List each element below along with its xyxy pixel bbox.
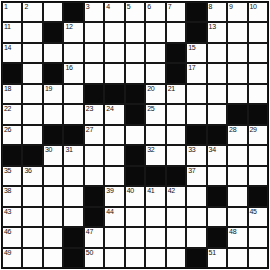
white-cell-r2c13[interactable] [249,23,267,41]
white-cell-r12c8[interactable] [146,228,164,246]
white-cell-r6c5[interactable]: 23 [85,105,103,123]
clue-number-40: 40 [127,187,134,195]
clue-number-27: 27 [86,126,93,134]
white-cell-r8c13[interactable] [249,146,267,164]
clue-number-4: 4 [106,3,110,11]
clue-number-10: 10 [250,3,257,11]
black-cell-r5c7 [126,85,144,103]
white-cell-r2c6[interactable] [105,23,123,41]
white-cell-r5c13[interactable] [249,85,267,103]
white-cell-r5c2[interactable] [23,85,41,103]
clue-number-46: 46 [4,228,11,236]
black-cell-r6c7 [126,105,144,123]
clue-number-21: 21 [168,85,175,93]
white-cell-r12c6[interactable] [105,228,123,246]
white-cell-r1c2[interactable]: 2 [23,3,41,21]
clue-number-8: 8 [209,3,213,11]
white-cell-r7c1[interactable]: 26 [3,126,21,144]
white-cell-r7c2[interactable] [23,126,41,144]
white-cell-r9c3[interactable] [44,167,62,185]
white-cell-r1c13[interactable]: 10 [249,3,267,21]
black-cell-r2c3 [44,23,62,41]
black-cell-r4c1 [3,64,21,82]
white-cell-r11c6[interactable]: 44 [105,208,123,226]
clue-number-22: 22 [4,105,11,113]
white-cell-r11c7[interactable] [126,208,144,226]
clue-number-12: 12 [65,23,72,31]
white-cell-r5c9[interactable]: 21 [167,85,185,103]
white-cell-r6c2[interactable] [23,105,41,123]
white-cell-r1c8[interactable]: 6 [146,3,164,21]
white-cell-r13c9[interactable] [167,249,185,267]
white-cell-r1c11[interactable]: 8 [208,3,226,21]
clue-number-24: 24 [106,105,113,113]
black-cell-r7c11 [208,126,226,144]
clue-number-16: 16 [65,64,72,72]
white-cell-r4c7[interactable] [126,64,144,82]
white-cell-r13c7[interactable] [126,249,144,267]
white-cell-r4c4[interactable]: 16 [64,64,82,82]
white-cell-r11c10[interactable] [187,208,205,226]
clue-number-49: 49 [4,249,11,257]
white-cell-r9c12[interactable] [228,167,246,185]
white-cell-r9c5[interactable] [85,167,103,185]
white-cell-r6c11[interactable] [208,105,226,123]
white-cell-r6c10[interactable] [187,105,205,123]
black-cell-r5c5 [85,85,103,103]
clue-number-13: 13 [209,23,216,31]
clue-number-3: 3 [86,3,90,11]
black-cell-r10c5 [85,187,103,205]
white-cell-r7c13[interactable]: 29 [249,126,267,144]
black-cell-r8c7 [126,146,144,164]
black-cell-r10c13 [249,187,267,205]
black-cell-r7c3 [44,126,62,144]
clue-number-5: 5 [127,3,131,11]
black-cell-r11c5 [85,208,103,226]
white-cell-r1c3[interactable] [44,3,62,21]
white-cell-r10c7[interactable]: 40 [126,187,144,205]
white-cell-r4c2[interactable] [23,64,41,82]
black-cell-r13c10 [187,249,205,267]
white-cell-r2c12[interactable] [228,23,246,41]
clue-number-9: 9 [229,3,233,11]
white-cell-r2c2[interactable] [23,23,41,41]
black-cell-r2c10 [187,23,205,41]
black-cell-r4c9 [167,64,185,82]
white-cell-r3c10[interactable]: 15 [187,44,205,62]
clue-number-6: 6 [147,3,151,11]
clue-number-1: 1 [4,3,8,11]
white-cell-r3c5[interactable] [85,44,103,62]
white-cell-r11c12[interactable] [228,208,246,226]
black-cell-r1c10 [187,3,205,21]
white-cell-r13c1[interactable]: 49 [3,249,21,267]
clue-number-20: 20 [147,85,154,93]
white-cell-r5c4[interactable] [64,85,82,103]
clue-number-17: 17 [188,64,195,72]
black-cell-r5c6 [105,85,123,103]
white-cell-r8c4[interactable]: 31 [64,146,82,164]
white-cell-r9c13[interactable] [249,167,267,185]
clue-number-51: 51 [209,249,216,257]
black-cell-r13c4 [64,249,82,267]
white-cell-r13c11[interactable]: 51 [208,249,226,267]
white-cell-r10c1[interactable]: 38 [3,187,21,205]
white-cell-r3c4[interactable] [64,44,82,62]
white-cell-r12c5[interactable]: 47 [85,228,103,246]
white-cell-r13c3[interactable] [44,249,62,267]
clue-number-26: 26 [4,126,11,134]
black-cell-r10c11 [208,187,226,205]
clue-number-15: 15 [188,44,195,52]
black-cell-r8c1 [3,146,21,164]
clue-number-47: 47 [86,228,93,236]
white-cell-r8c11[interactable]: 34 [208,146,226,164]
clue-number-43: 43 [4,208,11,216]
white-cell-r1c7[interactable]: 5 [126,3,144,21]
white-cell-r13c12[interactable] [228,249,246,267]
white-cell-r7c8[interactable] [146,126,164,144]
black-cell-r3c9 [167,44,185,62]
black-cell-r6c12 [228,105,246,123]
white-cell-r5c12[interactable] [228,85,246,103]
clue-number-50: 50 [86,249,93,257]
white-cell-r8c5[interactable] [85,146,103,164]
white-cell-r7c9[interactable] [167,126,185,144]
white-cell-r10c12[interactable] [228,187,246,205]
white-cell-r5c3[interactable]: 19 [44,85,62,103]
clue-number-18: 18 [4,85,11,93]
white-cell-r4c6[interactable] [105,64,123,82]
white-cell-r2c4[interactable]: 12 [64,23,82,41]
white-cell-r1c12[interactable]: 9 [228,3,246,21]
black-cell-r7c4 [64,126,82,144]
clue-number-30: 30 [45,146,52,154]
white-cell-r10c10[interactable] [187,187,205,205]
white-cell-r7c6[interactable] [105,126,123,144]
white-cell-r4c11[interactable] [208,64,226,82]
black-cell-r4c3 [44,64,62,82]
white-cell-r3c7[interactable] [126,44,144,62]
white-cell-r10c6[interactable]: 39 [105,187,123,205]
black-cell-r6c13 [249,105,267,123]
white-cell-r6c8[interactable]: 25 [146,105,164,123]
white-cell-r1c9[interactable]: 7 [167,3,185,21]
white-cell-r9c4[interactable] [64,167,82,185]
clue-number-11: 11 [4,23,11,31]
white-cell-r3c6[interactable] [105,44,123,62]
clue-number-29: 29 [250,126,257,134]
white-cell-r3c13[interactable] [249,44,267,62]
white-cell-r10c8[interactable]: 41 [146,187,164,205]
white-cell-r7c5[interactable]: 27 [85,126,103,144]
black-cell-r9c7 [126,167,144,185]
white-cell-r6c6[interactable]: 24 [105,105,123,123]
black-cell-r9c8 [146,167,164,185]
white-cell-r12c12[interactable]: 48 [228,228,246,246]
white-cell-r2c1[interactable]: 11 [3,23,21,41]
clue-number-38: 38 [4,187,11,195]
white-cell-r13c13[interactable] [249,249,267,267]
white-cell-r8c9[interactable] [167,146,185,164]
white-cell-r5c10[interactable] [187,85,205,103]
clue-number-25: 25 [147,105,154,113]
white-cell-r12c9[interactable] [167,228,185,246]
clue-number-39: 39 [106,187,113,195]
white-cell-r8c8[interactable]: 32 [146,146,164,164]
white-cell-r10c3[interactable] [44,187,62,205]
white-cell-r7c12[interactable]: 28 [228,126,246,144]
black-cell-r1c4 [64,3,82,21]
white-cell-r8c6[interactable] [105,146,123,164]
black-cell-r8c2 [23,146,41,164]
white-cell-r11c8[interactable] [146,208,164,226]
white-cell-r10c2[interactable] [23,187,41,205]
white-cell-r11c13[interactable]: 45 [249,208,267,226]
clue-number-31: 31 [65,146,72,154]
white-cell-r4c8[interactable] [146,64,164,82]
white-cell-r13c5[interactable]: 50 [85,249,103,267]
clue-number-19: 19 [45,85,52,93]
page: 1234567891011121314151617181920212223242… [0,0,270,270]
white-cell-r4c13[interactable] [249,64,267,82]
white-cell-r3c2[interactable] [23,44,41,62]
white-cell-r11c1[interactable]: 43 [3,208,21,226]
white-cell-r6c4[interactable] [64,105,82,123]
white-cell-r12c13[interactable] [249,228,267,246]
white-cell-r2c11[interactable]: 13 [208,23,226,41]
white-cell-r4c12[interactable] [228,64,246,82]
clue-number-48: 48 [229,228,236,236]
clue-number-45: 45 [250,208,257,216]
white-cell-r3c8[interactable] [146,44,164,62]
black-cell-r7c10 [187,126,205,144]
white-cell-r2c9[interactable] [167,23,185,41]
white-cell-r9c10[interactable]: 37 [187,167,205,185]
white-cell-r2c8[interactable] [146,23,164,41]
white-cell-r3c12[interactable] [228,44,246,62]
black-cell-r12c11 [208,228,226,246]
clue-number-7: 7 [168,3,172,11]
clue-number-35: 35 [4,167,11,175]
clue-number-36: 36 [24,167,31,175]
clue-number-44: 44 [106,208,113,216]
clue-number-37: 37 [188,167,195,175]
white-cell-r12c1[interactable]: 46 [3,228,21,246]
white-cell-r3c11[interactable] [208,44,226,62]
white-cell-r13c6[interactable] [105,249,123,267]
white-cell-r1c1[interactable]: 1 [3,3,21,21]
white-cell-r10c4[interactable] [64,187,82,205]
clue-number-28: 28 [229,126,236,134]
crossword-grid: 1234567891011121314151617181920212223242… [1,1,269,269]
clue-number-32: 32 [147,146,154,154]
white-cell-r11c11[interactable] [208,208,226,226]
white-cell-r10c9[interactable]: 42 [167,187,185,205]
white-cell-r1c5[interactable]: 3 [85,3,103,21]
white-cell-r1c6[interactable]: 4 [105,3,123,21]
white-cell-r6c1[interactable]: 22 [3,105,21,123]
white-cell-r11c9[interactable] [167,208,185,226]
white-cell-r9c11[interactable] [208,167,226,185]
white-cell-r2c7[interactable] [126,23,144,41]
white-cell-r6c9[interactable] [167,105,185,123]
black-cell-r12c4 [64,228,82,246]
white-cell-r4c10[interactable]: 17 [187,64,205,82]
clue-number-2: 2 [24,3,28,11]
white-cell-r9c1[interactable]: 35 [3,167,21,185]
white-cell-r4c5[interactable] [85,64,103,82]
white-cell-r8c12[interactable] [228,146,246,164]
white-cell-r5c1[interactable]: 18 [3,85,21,103]
clue-number-14: 14 [4,44,11,52]
white-cell-r5c11[interactable] [208,85,226,103]
white-cell-r3c1[interactable]: 14 [3,44,21,62]
clue-number-23: 23 [86,105,93,113]
white-cell-r6c3[interactable] [44,105,62,123]
white-cell-r13c8[interactable] [146,249,164,267]
white-cell-r13c2[interactable] [23,249,41,267]
white-cell-r12c2[interactable] [23,228,41,246]
white-cell-r12c10[interactable] [187,228,205,246]
white-cell-r5c8[interactable]: 20 [146,85,164,103]
clue-number-33: 33 [188,146,195,154]
white-cell-r12c7[interactable] [126,228,144,246]
clue-number-34: 34 [209,146,216,154]
white-cell-r2c5[interactable] [85,23,103,41]
white-cell-r11c3[interactable] [44,208,62,226]
white-cell-r9c2[interactable]: 36 [23,167,41,185]
white-cell-r11c4[interactable] [64,208,82,226]
clue-number-41: 41 [147,187,154,195]
white-cell-r11c2[interactable] [23,208,41,226]
white-cell-r8c3[interactable]: 30 [44,146,62,164]
white-cell-r7c7[interactable] [126,126,144,144]
clue-number-42: 42 [168,187,175,195]
white-cell-r9c6[interactable] [105,167,123,185]
black-cell-r9c9 [167,167,185,185]
white-cell-r12c3[interactable] [44,228,62,246]
white-cell-r8c10[interactable]: 33 [187,146,205,164]
white-cell-r3c3[interactable] [44,44,62,62]
